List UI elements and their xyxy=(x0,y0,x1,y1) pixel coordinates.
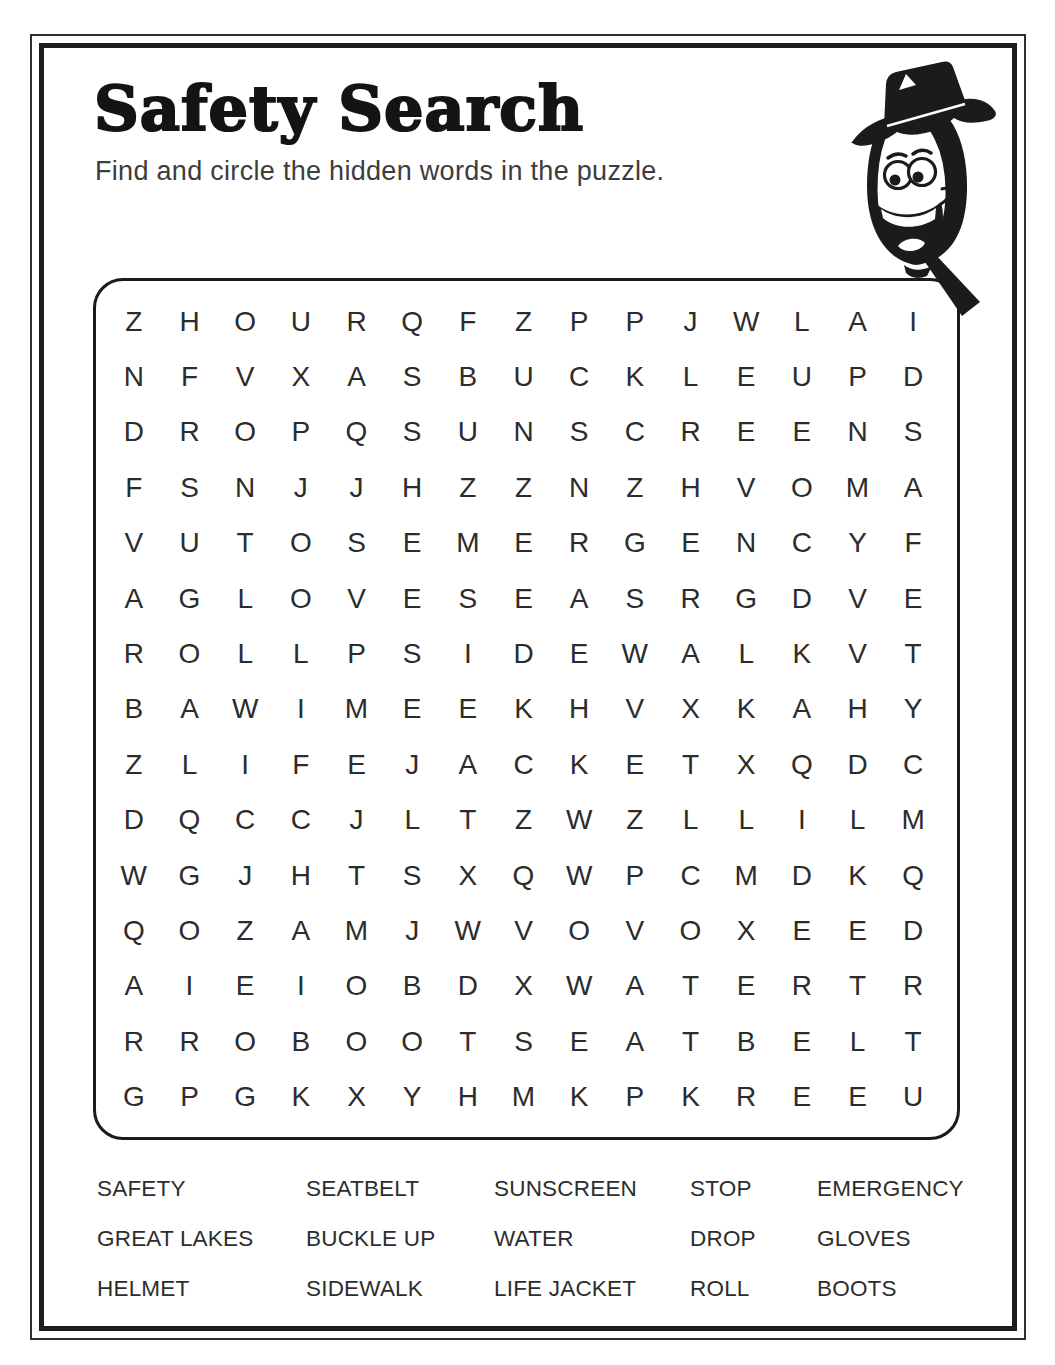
grid-cell[interactable]: S xyxy=(384,848,440,903)
grid-cell[interactable]: Z xyxy=(607,793,663,848)
grid-cell[interactable]: X xyxy=(496,959,552,1014)
grid-cell[interactable]: D xyxy=(885,903,941,958)
grid-cell[interactable]: V xyxy=(607,682,663,737)
grid-cell[interactable]: J xyxy=(384,903,440,958)
grid-cell[interactable]: O xyxy=(162,626,218,681)
grid-cell[interactable]: W xyxy=(551,793,607,848)
grid-cell[interactable]: L xyxy=(718,793,774,848)
grid-cell[interactable]: P xyxy=(607,1070,663,1125)
grid-cell[interactable]: A xyxy=(162,682,218,737)
grid-cell[interactable]: D xyxy=(106,405,162,460)
grid-cell[interactable]: C xyxy=(496,737,552,792)
grid-cell[interactable]: H xyxy=(663,460,719,515)
grid-cell[interactable]: Z xyxy=(106,737,162,792)
grid-cell[interactable]: O xyxy=(551,903,607,958)
grid-cell[interactable]: P xyxy=(551,294,607,349)
grid-cell[interactable]: O xyxy=(384,1014,440,1069)
grid-cell[interactable]: G xyxy=(106,1070,162,1125)
grid-cell[interactable]: C xyxy=(607,405,663,460)
grid-cell[interactable]: F xyxy=(440,294,496,349)
grid-cell[interactable]: E xyxy=(551,1014,607,1069)
grid-cell[interactable]: Q xyxy=(885,848,941,903)
grid-cell[interactable]: V xyxy=(830,571,886,626)
grid-cell[interactable]: M xyxy=(885,793,941,848)
grid-cell[interactable]: Z xyxy=(496,793,552,848)
grid-cell[interactable]: S xyxy=(384,405,440,460)
grid-cell[interactable]: Z xyxy=(217,903,273,958)
grid-cell[interactable]: T xyxy=(885,1014,941,1069)
grid-cell[interactable]: K xyxy=(663,1070,719,1125)
worksheet-page: Safety Search Find and circle the hidden… xyxy=(0,0,1055,1365)
grid-cell[interactable]: H xyxy=(830,682,886,737)
grid-cell[interactable]: D xyxy=(885,349,941,404)
grid-cell[interactable]: Q xyxy=(329,405,385,460)
grid-cell[interactable]: I xyxy=(162,959,218,1014)
grid-cell[interactable]: V xyxy=(718,460,774,515)
grid-cell[interactable]: C xyxy=(774,516,830,571)
grid-cell[interactable]: Z xyxy=(496,460,552,515)
grid-cell[interactable]: B xyxy=(440,349,496,404)
grid-cell[interactable]: R xyxy=(551,516,607,571)
grid-cell[interactable]: V xyxy=(607,903,663,958)
grid-cell[interactable]: O xyxy=(273,516,329,571)
grid-cell[interactable]: O xyxy=(217,1014,273,1069)
grid-cell[interactable]: L xyxy=(273,626,329,681)
grid-cell[interactable]: D xyxy=(440,959,496,1014)
grid-cell[interactable]: U xyxy=(162,516,218,571)
grid-cell[interactable]: L xyxy=(718,626,774,681)
grid-cell[interactable]: N xyxy=(217,460,273,515)
letter-grid: ZHOURQFZPPJWLAINFVXASBUCKLEUPDDROPQSUNSC… xyxy=(106,294,941,1125)
grid-cell[interactable]: M xyxy=(830,460,886,515)
grid-cell[interactable]: J xyxy=(273,460,329,515)
grid-cell[interactable]: J xyxy=(663,294,719,349)
grid-cell[interactable]: P xyxy=(273,405,329,460)
grid-cell[interactable]: E xyxy=(384,516,440,571)
grid-cell[interactable]: R xyxy=(106,626,162,681)
mascot-pupil-left xyxy=(890,175,901,186)
grid-cell[interactable]: D xyxy=(830,737,886,792)
grid-cell[interactable]: E xyxy=(830,1070,886,1125)
grid-cell[interactable]: B xyxy=(273,1014,329,1069)
grid-cell[interactable]: L xyxy=(663,793,719,848)
grid-cell[interactable]: O xyxy=(774,460,830,515)
grid-cell[interactable]: K xyxy=(496,682,552,737)
grid-cell[interactable]: E xyxy=(496,571,552,626)
grid-cell[interactable]: G xyxy=(718,571,774,626)
grid-cell[interactable]: I xyxy=(273,682,329,737)
grid-cell[interactable]: Z xyxy=(607,460,663,515)
grid-cell[interactable]: L xyxy=(162,737,218,792)
grid-cell[interactable]: N xyxy=(496,405,552,460)
grid-cell[interactable]: S xyxy=(384,349,440,404)
grid-cell[interactable]: S xyxy=(440,571,496,626)
grid-cell[interactable]: U xyxy=(440,405,496,460)
grid-cell[interactable]: S xyxy=(607,571,663,626)
puzzle-board: ZHOURQFZPPJWLAINFVXASBUCKLEUPDDROPQSUNSC… xyxy=(93,278,960,1140)
grid-cell[interactable]: T xyxy=(440,1014,496,1069)
grid-cell[interactable]: A xyxy=(551,571,607,626)
grid-cell[interactable]: Q xyxy=(162,793,218,848)
grid-cell[interactable]: E xyxy=(607,737,663,792)
grid-cell[interactable]: A xyxy=(885,460,941,515)
grid-cell[interactable]: M xyxy=(440,516,496,571)
grid-cell[interactable]: O xyxy=(663,903,719,958)
grid-cell[interactable]: E xyxy=(774,1014,830,1069)
grid-cell[interactable]: V xyxy=(496,903,552,958)
grid-cell[interactable]: W xyxy=(551,848,607,903)
grid-cell[interactable]: B xyxy=(384,959,440,1014)
grid-cell[interactable]: X xyxy=(718,903,774,958)
grid-cell[interactable]: X xyxy=(273,349,329,404)
grid-cell[interactable]: R xyxy=(774,959,830,1014)
grid-cell[interactable]: E xyxy=(774,405,830,460)
grid-cell[interactable]: Q xyxy=(774,737,830,792)
grid-cell[interactable]: E xyxy=(496,516,552,571)
grid-cell[interactable]: O xyxy=(329,959,385,1014)
grid-cell[interactable]: H xyxy=(440,1070,496,1125)
grid-cell[interactable]: C xyxy=(885,737,941,792)
grid-cell[interactable]: D xyxy=(496,626,552,681)
grid-cell[interactable]: E xyxy=(718,349,774,404)
grid-cell[interactable]: L xyxy=(663,349,719,404)
grid-cell[interactable]: O xyxy=(162,903,218,958)
grid-cell[interactable]: S xyxy=(551,405,607,460)
grid-cell[interactable]: O xyxy=(329,1014,385,1069)
grid-cell[interactable]: W xyxy=(440,903,496,958)
grid-cell[interactable]: S xyxy=(162,460,218,515)
grid-cell[interactable]: K xyxy=(718,682,774,737)
grid-cell[interactable]: M xyxy=(329,682,385,737)
grid-cell[interactable]: P xyxy=(830,349,886,404)
mascot-pupil-right xyxy=(913,172,924,183)
grid-cell[interactable]: X xyxy=(718,737,774,792)
grid-cell[interactable]: P xyxy=(607,294,663,349)
grid-cell[interactable]: Q xyxy=(106,903,162,958)
grid-cell[interactable]: R xyxy=(663,571,719,626)
grid-cell[interactable]: T xyxy=(440,793,496,848)
grid-cell[interactable]: D xyxy=(106,793,162,848)
grid-cell[interactable]: L xyxy=(384,793,440,848)
grid-cell[interactable]: E xyxy=(384,682,440,737)
grid-cell[interactable]: R xyxy=(329,294,385,349)
grid-cell[interactable]: J xyxy=(217,848,273,903)
grid-cell[interactable]: A xyxy=(273,903,329,958)
grid-cell[interactable]: B xyxy=(718,1014,774,1069)
grid-cell[interactable]: R xyxy=(162,1014,218,1069)
grid-cell[interactable]: E xyxy=(440,682,496,737)
grid-cell[interactable]: K xyxy=(551,737,607,792)
grid-cell[interactable]: R xyxy=(106,1014,162,1069)
grid-cell[interactable]: J xyxy=(329,793,385,848)
grid-cell[interactable]: K xyxy=(830,848,886,903)
grid-cell[interactable]: J xyxy=(329,460,385,515)
grid-cell[interactable]: E xyxy=(217,959,273,1014)
grid-cell[interactable]: E xyxy=(384,571,440,626)
grid-cell[interactable]: V xyxy=(329,571,385,626)
grid-cell[interactable]: M xyxy=(496,1070,552,1125)
grid-cell[interactable]: N xyxy=(106,349,162,404)
grid-cell[interactable]: H xyxy=(273,848,329,903)
grid-cell[interactable]: N xyxy=(551,460,607,515)
grid-cell[interactable]: H xyxy=(162,294,218,349)
grid-cell[interactable]: N xyxy=(830,405,886,460)
grid-cell[interactable]: O xyxy=(273,571,329,626)
mascot-eye-right xyxy=(909,159,936,186)
grid-cell[interactable]: K xyxy=(774,626,830,681)
grid-cell[interactable]: O xyxy=(217,294,273,349)
grid-cell[interactable]: C xyxy=(663,848,719,903)
grid-cell[interactable]: W xyxy=(106,848,162,903)
grid-cell[interactable]: H xyxy=(384,460,440,515)
grid-cell[interactable]: Q xyxy=(384,294,440,349)
grid-cell[interactable]: T xyxy=(663,1014,719,1069)
grid-cell[interactable]: U xyxy=(774,349,830,404)
grid-cell[interactable]: F xyxy=(162,349,218,404)
grid-cell[interactable]: G xyxy=(217,1070,273,1125)
grid-cell[interactable]: R xyxy=(663,405,719,460)
grid-cell[interactable]: P xyxy=(329,626,385,681)
grid-cell[interactable]: E xyxy=(885,571,941,626)
grid-cell[interactable]: T xyxy=(329,848,385,903)
grid-cell[interactable]: A xyxy=(329,349,385,404)
grid-cell[interactable]: W xyxy=(217,682,273,737)
detective-magnifying-glass-mascot-icon xyxy=(848,58,998,328)
grid-cell[interactable]: E xyxy=(663,516,719,571)
grid-cell[interactable]: L xyxy=(830,793,886,848)
page-title: Safety Search xyxy=(94,72,584,145)
grid-cell[interactable]: E xyxy=(774,1070,830,1125)
grid-cell[interactable]: C xyxy=(217,793,273,848)
mascot-collar xyxy=(904,265,932,278)
grid-cell[interactable]: A xyxy=(106,571,162,626)
grid-cell[interactable]: J xyxy=(384,737,440,792)
grid-cell[interactable]: B xyxy=(106,682,162,737)
grid-cell[interactable]: K xyxy=(607,349,663,404)
grid-cell[interactable]: E xyxy=(329,737,385,792)
grid-cell[interactable]: I xyxy=(217,737,273,792)
grid-cell[interactable]: T xyxy=(830,959,886,1014)
grid-cell[interactable]: S xyxy=(885,405,941,460)
grid-cell[interactable]: U xyxy=(496,349,552,404)
grid-cell[interactable]: I xyxy=(774,793,830,848)
grid-cell[interactable]: U xyxy=(273,294,329,349)
grid-cell[interactable]: E xyxy=(830,903,886,958)
grid-cell[interactable]: I xyxy=(273,959,329,1014)
grid-cell[interactable]: A xyxy=(774,682,830,737)
grid-cell[interactable]: A xyxy=(607,1014,663,1069)
grid-cell[interactable]: A xyxy=(440,737,496,792)
grid-cell[interactable]: S xyxy=(329,516,385,571)
grid-cell[interactable]: K xyxy=(551,1070,607,1125)
grid-cell[interactable]: A xyxy=(607,959,663,1014)
grid-cell[interactable]: L xyxy=(217,626,273,681)
grid-cell[interactable]: S xyxy=(384,626,440,681)
grid-cell[interactable]: F xyxy=(885,516,941,571)
grid-cell[interactable]: M xyxy=(329,903,385,958)
grid-cell[interactable]: Z xyxy=(496,294,552,349)
grid-cell[interactable]: G xyxy=(162,848,218,903)
grid-cell[interactable]: W xyxy=(607,626,663,681)
grid-cell[interactable]: A xyxy=(106,959,162,1014)
grid-cell[interactable]: T xyxy=(663,959,719,1014)
grid-cell[interactable]: L xyxy=(217,571,273,626)
page-subtitle: Find and circle the hidden words in the … xyxy=(95,156,664,187)
grid-cell[interactable]: W xyxy=(718,294,774,349)
grid-cell[interactable]: Q xyxy=(496,848,552,903)
grid-cell[interactable]: K xyxy=(273,1070,329,1125)
grid-cell[interactable]: P xyxy=(607,848,663,903)
grid-cell[interactable]: E xyxy=(718,405,774,460)
grid-cell[interactable]: V xyxy=(830,626,886,681)
grid-cell[interactable]: M xyxy=(718,848,774,903)
grid-cell[interactable]: U xyxy=(885,1070,941,1125)
grid-cell[interactable]: C xyxy=(273,793,329,848)
grid-cell[interactable]: T xyxy=(217,516,273,571)
grid-cell[interactable]: R xyxy=(885,959,941,1014)
grid-cell[interactable]: D xyxy=(774,848,830,903)
grid-cell[interactable]: Z xyxy=(440,460,496,515)
grid-cell[interactable]: E xyxy=(718,959,774,1014)
grid-cell[interactable]: P xyxy=(162,1070,218,1125)
grid-cell[interactable]: Y xyxy=(384,1070,440,1125)
grid-cell[interactable]: E xyxy=(551,626,607,681)
grid-cell[interactable]: N xyxy=(718,516,774,571)
mascot-handle xyxy=(925,254,980,316)
grid-cell[interactable]: E xyxy=(774,903,830,958)
grid-cell[interactable]: V xyxy=(106,516,162,571)
grid-cell[interactable]: C xyxy=(551,349,607,404)
grid-cell[interactable]: V xyxy=(217,349,273,404)
grid-cell[interactable]: Y xyxy=(830,516,886,571)
grid-cell[interactable]: Y xyxy=(885,682,941,737)
grid-cell[interactable]: X xyxy=(440,848,496,903)
grid-cell[interactable]: L xyxy=(830,1014,886,1069)
grid-cell[interactable]: L xyxy=(774,294,830,349)
grid-cell[interactable]: X xyxy=(663,682,719,737)
grid-cell[interactable]: Z xyxy=(106,294,162,349)
grid-cell[interactable]: F xyxy=(106,460,162,515)
grid-cell[interactable]: S xyxy=(496,1014,552,1069)
grid-cell[interactable]: D xyxy=(774,571,830,626)
grid-cell[interactable]: T xyxy=(663,737,719,792)
grid-cell[interactable]: X xyxy=(329,1070,385,1125)
grid-cell[interactable]: R xyxy=(718,1070,774,1125)
grid-cell[interactable]: G xyxy=(607,516,663,571)
grid-cell[interactable]: A xyxy=(663,626,719,681)
grid-cell[interactable]: G xyxy=(162,571,218,626)
grid-cell[interactable]: I xyxy=(440,626,496,681)
grid-cell[interactable]: H xyxy=(551,682,607,737)
grid-cell[interactable]: F xyxy=(273,737,329,792)
grid-cell[interactable]: T xyxy=(885,626,941,681)
grid-cell[interactable]: W xyxy=(551,959,607,1014)
grid-cell[interactable]: R xyxy=(162,405,218,460)
grid-cell[interactable]: O xyxy=(217,405,273,460)
